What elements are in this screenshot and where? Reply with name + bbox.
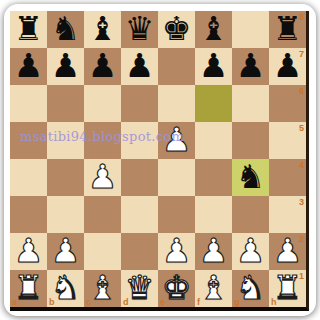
piece-black-pawn[interactable]: ♟ [195,48,232,85]
square-b4[interactable] [47,159,84,196]
piece-black-pawn[interactable]: ♟ [84,48,121,85]
piece-white-pawn[interactable]: ♟ [232,233,269,270]
square-d1[interactable]: ♛d [121,270,158,307]
square-e5[interactable]: ♟ [158,122,195,159]
piece-black-pawn[interactable]: ♟ [232,48,269,85]
piece-black-pawn[interactable]: ♟ [269,48,306,85]
square-a7[interactable]: ♟ [10,48,47,85]
square-f6[interactable] [195,85,232,122]
piece-black-queen[interactable]: ♛ [121,11,158,48]
square-g1[interactable]: ♞g [232,270,269,307]
square-h6[interactable]: 6 [269,85,306,122]
square-a4[interactable] [10,159,47,196]
piece-black-king[interactable]: ♚ [158,11,195,48]
square-a5[interactable] [10,122,47,159]
square-c6[interactable] [84,85,121,122]
square-h2[interactable]: ♟2 [269,233,306,270]
square-f1[interactable]: ♝f [195,270,232,307]
square-c1[interactable]: ♝c [84,270,121,307]
square-h8[interactable]: ♜8 [269,11,306,48]
piece-black-pawn[interactable]: ♟ [121,48,158,85]
rank-label-3: 3 [299,197,304,207]
square-g6[interactable] [232,85,269,122]
piece-white-pawn[interactable]: ♟ [158,122,195,159]
piece-black-pawn[interactable]: ♟ [47,48,84,85]
square-d7[interactable]: ♟ [121,48,158,85]
square-h7[interactable]: ♟7 [269,48,306,85]
square-d3[interactable] [121,196,158,233]
square-b6[interactable] [47,85,84,122]
piece-white-pawn[interactable]: ♟ [158,233,195,270]
piece-black-bishop[interactable]: ♝ [84,11,121,48]
square-c4[interactable]: ♟ [84,159,121,196]
square-h1[interactable]: ♜1h [269,270,306,307]
square-c3[interactable] [84,196,121,233]
square-e2[interactable]: ♟ [158,233,195,270]
square-b1[interactable]: ♞b [47,270,84,307]
square-c5[interactable] [84,122,121,159]
square-g3[interactable] [232,196,269,233]
piece-white-pawn[interactable]: ♟ [47,233,84,270]
square-g4[interactable]: ♞ [232,159,269,196]
piece-black-knight[interactable]: ♞ [47,11,84,48]
piece-white-bishop[interactable]: ♝ [84,270,121,307]
square-f8[interactable]: ♝ [195,11,232,48]
square-b3[interactable] [47,196,84,233]
piece-black-rook[interactable]: ♜ [10,11,47,48]
piece-white-bishop[interactable]: ♝ [195,270,232,307]
square-h5[interactable]: 5 [269,122,306,159]
rank-label-6: 6 [299,86,304,96]
square-d5[interactable] [121,122,158,159]
piece-white-pawn[interactable]: ♟ [10,233,47,270]
piece-white-rook[interactable]: ♜ [269,270,306,307]
piece-white-knight[interactable]: ♞ [232,270,269,307]
square-d6[interactable] [121,85,158,122]
square-g2[interactable]: ♟ [232,233,269,270]
square-a2[interactable]: ♟ [10,233,47,270]
square-a8[interactable]: ♜ [10,11,47,48]
square-g5[interactable] [232,122,269,159]
square-e8[interactable]: ♚ [158,11,195,48]
square-f5[interactable] [195,122,232,159]
square-b8[interactable]: ♞ [47,11,84,48]
piece-white-queen[interactable]: ♛ [121,270,158,307]
piece-white-rook[interactable]: ♜ [10,270,47,307]
square-f4[interactable] [195,159,232,196]
rank-label-4: 4 [299,160,304,170]
square-e3[interactable] [158,196,195,233]
square-c2[interactable] [84,233,121,270]
chess-board[interactable]: ♜♞♝♛♚♝♜8♟♟♟♟♟♟♟76♟5♟♞43♟♟♟♟♟♟2♜a♞b♝c♛d♚e… [10,11,309,311]
rank-label-5: 5 [299,123,304,133]
square-h3[interactable]: 3 [269,196,306,233]
square-f7[interactable]: ♟ [195,48,232,85]
square-e1[interactable]: ♚e [158,270,195,307]
piece-black-bishop[interactable]: ♝ [195,11,232,48]
piece-black-rook[interactable]: ♜ [269,11,306,48]
square-d8[interactable]: ♛ [121,11,158,48]
piece-black-knight[interactable]: ♞ [232,159,269,196]
piece-white-pawn[interactable]: ♟ [84,159,121,196]
square-b7[interactable]: ♟ [47,48,84,85]
square-e7[interactable] [158,48,195,85]
square-f2[interactable]: ♟ [195,233,232,270]
square-a6[interactable] [10,85,47,122]
piece-black-pawn[interactable]: ♟ [10,48,47,85]
square-d2[interactable] [121,233,158,270]
square-g7[interactable]: ♟ [232,48,269,85]
square-f3[interactable] [195,196,232,233]
piece-white-king[interactable]: ♚ [158,270,195,307]
square-b2[interactable]: ♟ [47,233,84,270]
piece-white-pawn[interactable]: ♟ [269,233,306,270]
square-c7[interactable]: ♟ [84,48,121,85]
square-e6[interactable] [158,85,195,122]
square-b5[interactable] [47,122,84,159]
square-e4[interactable] [158,159,195,196]
square-h4[interactable]: 4 [269,159,306,196]
square-d4[interactable] [121,159,158,196]
screenshot-root: ♜♞♝♛♚♝♜8♟♟♟♟♟♟♟76♟5♟♞43♟♟♟♟♟♟2♜a♞b♝c♛d♚e… [0,0,320,320]
square-a1[interactable]: ♜a [10,270,47,307]
piece-white-knight[interactable]: ♞ [47,270,84,307]
piece-white-pawn[interactable]: ♟ [195,233,232,270]
square-a3[interactable] [10,196,47,233]
square-g8[interactable] [232,11,269,48]
square-c8[interactable]: ♝ [84,11,121,48]
